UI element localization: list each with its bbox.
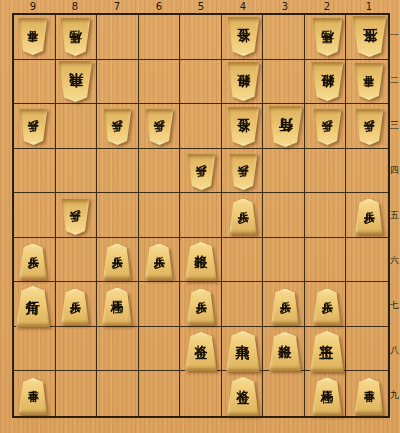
piece-kanji: 金将: [237, 52, 250, 56]
piece-sente-bishop[interactable]: 角行: [16, 286, 51, 327]
board-square[interactable]: [97, 371, 139, 416]
piece-kanji: 王将: [320, 331, 334, 335]
board-square[interactable]: [346, 327, 388, 372]
piece-kanji: 銀将: [195, 242, 208, 246]
piece-kanji: 歩兵: [322, 289, 333, 293]
piece-gote-pawn[interactable]: 歩兵: [61, 199, 90, 235]
board-square[interactable]: [97, 149, 139, 194]
piece-kanji: 香車: [364, 378, 375, 382]
rank-label: 五: [389, 193, 400, 238]
shogi-board: 987654321 一二三四五六七八九 香車桂馬金将桂馬玉将飛車銀将銀将香車歩兵…: [0, 0, 400, 433]
piece-kanji: 歩兵: [70, 231, 81, 235]
piece-kanji: 歩兵: [28, 141, 39, 145]
board-square[interactable]: [180, 193, 222, 238]
piece-kanji: 銀将: [237, 97, 250, 101]
board-square[interactable]: [139, 193, 181, 238]
board-square[interactable]: [139, 371, 181, 416]
piece-gote-pawn[interactable]: 歩兵: [229, 154, 258, 190]
rank-label: 一: [389, 13, 400, 58]
piece-kanji: 金将: [237, 142, 250, 146]
piece-sente-king[interactable]: 王将: [310, 331, 345, 372]
board-square[interactable]: [263, 149, 305, 194]
piece-kanji: 歩兵: [364, 141, 375, 145]
piece-gote-knight[interactable]: 桂馬: [60, 18, 91, 56]
piece-kanji: 角行: [278, 143, 292, 147]
piece-sente-pawn[interactable]: 歩兵: [187, 289, 216, 325]
board-square[interactable]: [263, 238, 305, 283]
piece-sente-knight[interactable]: 桂馬: [312, 378, 343, 416]
piece-kanji: 歩兵: [154, 244, 165, 248]
piece-sente-knight[interactable]: 桂馬: [102, 288, 133, 326]
file-label: 9: [12, 0, 54, 13]
piece-kanji: 歩兵: [280, 289, 291, 293]
piece-sente-pawn[interactable]: 歩兵: [355, 199, 384, 235]
piece-sente-pawn[interactable]: 歩兵: [313, 289, 342, 325]
board-square[interactable]: [346, 282, 388, 327]
board-square[interactable]: [180, 371, 222, 416]
piece-sente-silver[interactable]: 銀将: [185, 242, 218, 281]
board-square[interactable]: [180, 104, 222, 149]
piece-kanji: 歩兵: [196, 186, 207, 190]
piece-sente-gold[interactable]: 金将: [227, 377, 260, 416]
piece-kanji: 歩兵: [238, 199, 249, 203]
piece-sente-gold[interactable]: 金将: [185, 332, 218, 371]
piece-gote-knight[interactable]: 桂馬: [312, 18, 343, 56]
piece-sente-pawn[interactable]: 歩兵: [145, 244, 174, 280]
piece-sente-lance[interactable]: 香車: [18, 378, 48, 415]
piece-sente-pawn[interactable]: 歩兵: [229, 199, 258, 235]
board-square[interactable]: [222, 282, 264, 327]
piece-sente-pawn[interactable]: 歩兵: [61, 289, 90, 325]
board-square[interactable]: [14, 193, 56, 238]
piece-kanji: 桂馬: [111, 288, 123, 292]
piece-kanji: 歩兵: [364, 199, 375, 203]
piece-gote-gold[interactable]: 金将: [227, 17, 260, 56]
rank-label: 八: [389, 328, 400, 373]
piece-gote-silver[interactable]: 銀将: [227, 62, 260, 101]
piece-kanji: 玉将: [362, 53, 376, 57]
piece-kanji: 桂馬: [69, 52, 81, 56]
piece-sente-rook[interactable]: 飛車: [226, 331, 261, 372]
piece-sente-pawn[interactable]: 歩兵: [271, 289, 300, 325]
piece-gote-pawn[interactable]: 歩兵: [145, 109, 174, 145]
piece-kanji: 歩兵: [112, 244, 123, 248]
piece-kanji: 銀将: [279, 332, 292, 336]
file-label: 1: [348, 0, 390, 13]
piece-sente-pawn[interactable]: 歩兵: [103, 244, 132, 280]
board-square[interactable]: [97, 15, 139, 60]
piece-kanji: 金将: [237, 377, 250, 381]
board-square[interactable]: [139, 282, 181, 327]
piece-sente-silver[interactable]: 銀将: [269, 332, 302, 371]
piece-kanji: 金将: [195, 332, 208, 336]
piece-kanji: 桂馬: [321, 52, 333, 56]
piece-kanji: 香車: [28, 378, 39, 382]
piece-gote-pawn[interactable]: 歩兵: [313, 109, 342, 145]
board-square[interactable]: [97, 327, 139, 372]
file-label: 7: [96, 0, 138, 13]
board-square[interactable]: [305, 193, 347, 238]
piece-kanji: 歩兵: [322, 141, 333, 145]
board-square[interactable]: [14, 327, 56, 372]
piece-kanji: 角行: [26, 286, 40, 290]
piece-kanji: 香車: [364, 96, 375, 100]
board-square[interactable]: [305, 238, 347, 283]
rank-label: 九: [389, 373, 400, 418]
board-square[interactable]: [97, 193, 139, 238]
piece-kanji: 銀将: [321, 97, 334, 101]
board-square[interactable]: [56, 371, 98, 416]
board-square[interactable]: [346, 149, 388, 194]
piece-gote-pawn[interactable]: 歩兵: [187, 154, 216, 190]
board-square[interactable]: [263, 193, 305, 238]
piece-kanji: 歩兵: [112, 141, 123, 145]
piece-gote-bishop[interactable]: 角行: [268, 106, 303, 147]
board-square[interactable]: [263, 15, 305, 60]
board-square[interactable]: [14, 149, 56, 194]
piece-gote-pawn[interactable]: 歩兵: [355, 109, 384, 145]
board-square[interactable]: [139, 60, 181, 105]
rank-label: 三: [389, 103, 400, 148]
piece-kanji: 歩兵: [28, 244, 39, 248]
board-square[interactable]: [139, 327, 181, 372]
board-square[interactable]: [180, 15, 222, 60]
file-label: 6: [138, 0, 180, 13]
piece-gote-pawn[interactable]: 歩兵: [103, 109, 132, 145]
board-square[interactable]: [180, 60, 222, 105]
piece-gote-silver[interactable]: 銀将: [311, 62, 344, 101]
piece-kanji: 歩兵: [238, 186, 249, 190]
board-square[interactable]: [56, 327, 98, 372]
rank-label: 二: [389, 58, 400, 103]
piece-gote-rook[interactable]: 飛車: [58, 61, 93, 102]
board-square[interactable]: [56, 149, 98, 194]
board-square[interactable]: [56, 238, 98, 283]
piece-gote-lance[interactable]: 香車: [354, 63, 384, 100]
piece-gote-lance[interactable]: 香車: [18, 18, 48, 55]
file-label: 3: [264, 0, 306, 13]
rank-label: 四: [389, 148, 400, 193]
file-label: 4: [222, 0, 264, 13]
piece-gote-king[interactable]: 玉将: [352, 16, 387, 57]
board-square[interactable]: [14, 60, 56, 105]
rank-label: 六: [389, 238, 400, 283]
board-square[interactable]: [263, 371, 305, 416]
board-square[interactable]: [305, 149, 347, 194]
board-square[interactable]: [222, 238, 264, 283]
piece-gote-pawn[interactable]: 歩兵: [19, 109, 48, 145]
board-square[interactable]: [56, 104, 98, 149]
piece-kanji: 飛車: [68, 98, 82, 102]
file-label: 2: [306, 0, 348, 13]
piece-kanji: 桂馬: [321, 378, 333, 382]
piece-kanji: 歩兵: [70, 289, 81, 293]
board-square[interactable]: [139, 149, 181, 194]
piece-sente-pawn[interactable]: 歩兵: [19, 244, 48, 280]
rank-label: 七: [389, 283, 400, 328]
piece-kanji: 歩兵: [196, 289, 207, 293]
board-square[interactable]: [346, 238, 388, 283]
piece-kanji: 飛車: [236, 331, 250, 335]
board-square[interactable]: [263, 60, 305, 105]
board-square[interactable]: [139, 15, 181, 60]
board-square[interactable]: [97, 60, 139, 105]
piece-gote-gold[interactable]: 金将: [227, 107, 260, 146]
piece-kanji: 香車: [28, 51, 39, 55]
file-label: 8: [54, 0, 96, 13]
piece-sente-lance[interactable]: 香車: [354, 378, 384, 415]
piece-kanji: 歩兵: [154, 141, 165, 145]
file-label: 5: [180, 0, 222, 13]
